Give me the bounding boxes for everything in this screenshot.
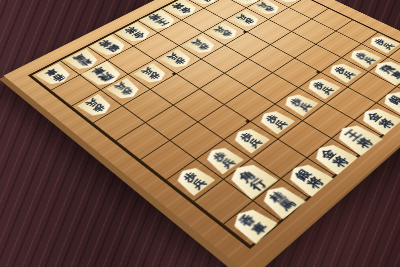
piece-kanji: 歩 bbox=[283, 0, 296, 1]
piece-kanji: 兵 bbox=[320, 85, 336, 95]
piece-kanji: 兵 bbox=[381, 41, 395, 49]
piece-kanji: 兵 bbox=[341, 70, 356, 79]
piece-kanji: 兵 bbox=[362, 55, 377, 64]
photo-scene: 香車桂馬銀将金将玉将金将銀将桂馬香車飛車角行歩兵歩兵歩兵歩兵歩兵歩兵歩兵歩兵歩兵… bbox=[0, 0, 400, 267]
